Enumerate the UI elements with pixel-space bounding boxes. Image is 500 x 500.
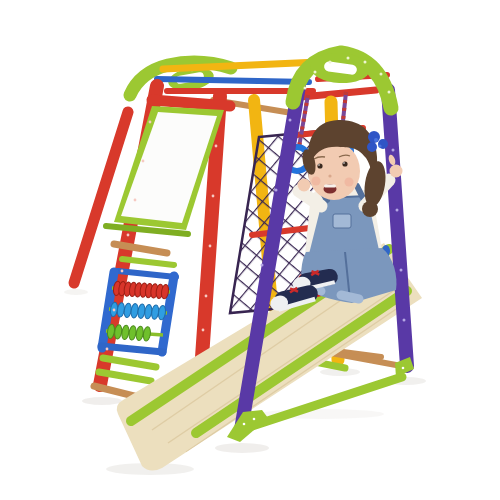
play-gym-photo: Toddler girl sitting at the top of the w…: [0, 0, 500, 500]
abacus-bead-green: [143, 326, 152, 341]
cheek-left: [312, 177, 321, 186]
nose: [328, 174, 331, 177]
hand-right: [390, 165, 403, 178]
teeth: [324, 185, 336, 188]
cheek-right: [345, 178, 354, 187]
abacus-bead-green: [128, 325, 137, 340]
top-crossbar: [152, 100, 230, 106]
bib-patch: [333, 214, 351, 228]
hand-left: [298, 179, 311, 192]
green-rung-a: [103, 358, 156, 367]
purple-right-rail: [388, 90, 407, 366]
abacus-bead-green: [135, 326, 144, 341]
hair-curl-low: [362, 201, 378, 217]
abacus-bead-green: [121, 325, 130, 340]
monkey-bar-blue: [157, 79, 309, 82]
eye-left: [317, 163, 322, 168]
eye-right: [342, 161, 347, 166]
shorts-cuff-right: [341, 295, 359, 299]
photo-stage: Toddler girl sitting at the top of the w…: [0, 0, 500, 500]
